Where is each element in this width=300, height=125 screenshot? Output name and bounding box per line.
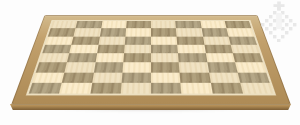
square-c6 [98, 36, 125, 44]
square-e7 [151, 28, 177, 36]
square-d1 [120, 83, 151, 94]
square-c7 [99, 28, 125, 36]
square-b5 [69, 45, 98, 54]
square-a4 [39, 53, 69, 62]
square-a2 [32, 72, 64, 82]
chess-logo-watermark-icon [260, 1, 298, 42]
square-f6 [176, 36, 203, 44]
square-c2 [91, 72, 122, 82]
square-f1 [180, 83, 211, 94]
product-photo-stage [0, 0, 300, 125]
square-b3 [64, 62, 94, 72]
square-h1 [239, 83, 272, 94]
square-b6 [71, 36, 99, 44]
square-c8 [100, 21, 126, 28]
square-h4 [232, 53, 262, 62]
square-f8 [175, 21, 201, 28]
square-d7 [125, 28, 151, 36]
square-b8 [75, 21, 101, 28]
square-e1 [151, 83, 182, 94]
square-e4 [151, 53, 179, 62]
square-a3 [35, 62, 66, 72]
square-c1 [89, 83, 120, 94]
square-g4 [205, 53, 235, 62]
square-d6 [124, 36, 150, 44]
chessboard [11, 15, 291, 105]
square-h6 [228, 36, 257, 44]
square-a7 [47, 28, 75, 36]
square-g3 [206, 62, 236, 72]
square-g8 [199, 21, 225, 28]
square-d2 [121, 72, 151, 82]
square-b1 [59, 83, 91, 94]
square-h2 [237, 72, 269, 82]
square-f7 [176, 28, 202, 36]
chessboard-squares [25, 20, 275, 96]
square-c4 [95, 53, 124, 62]
square-a5 [42, 45, 71, 54]
square-e3 [151, 62, 180, 72]
square-a8 [50, 21, 77, 28]
square-e8 [151, 21, 176, 28]
square-d5 [123, 45, 150, 54]
square-g5 [203, 45, 232, 54]
square-e5 [151, 45, 178, 54]
square-h8 [224, 21, 251, 28]
square-a1 [28, 83, 61, 94]
square-f3 [178, 62, 208, 72]
square-d4 [123, 53, 151, 62]
square-c5 [96, 45, 124, 54]
square-b4 [67, 53, 97, 62]
square-c3 [93, 62, 123, 72]
square-a6 [45, 36, 74, 44]
square-h5 [230, 45, 259, 54]
square-f2 [179, 72, 210, 82]
square-b7 [73, 28, 100, 36]
square-e2 [151, 72, 181, 82]
square-g2 [208, 72, 239, 82]
square-e6 [151, 36, 177, 44]
square-h3 [234, 62, 265, 72]
square-f5 [177, 45, 205, 54]
square-b2 [62, 72, 93, 82]
square-g1 [210, 83, 242, 94]
square-h7 [226, 28, 254, 36]
square-d8 [125, 21, 150, 28]
square-g7 [201, 28, 228, 36]
square-f4 [178, 53, 207, 62]
square-g6 [202, 36, 230, 44]
square-d3 [122, 62, 151, 72]
